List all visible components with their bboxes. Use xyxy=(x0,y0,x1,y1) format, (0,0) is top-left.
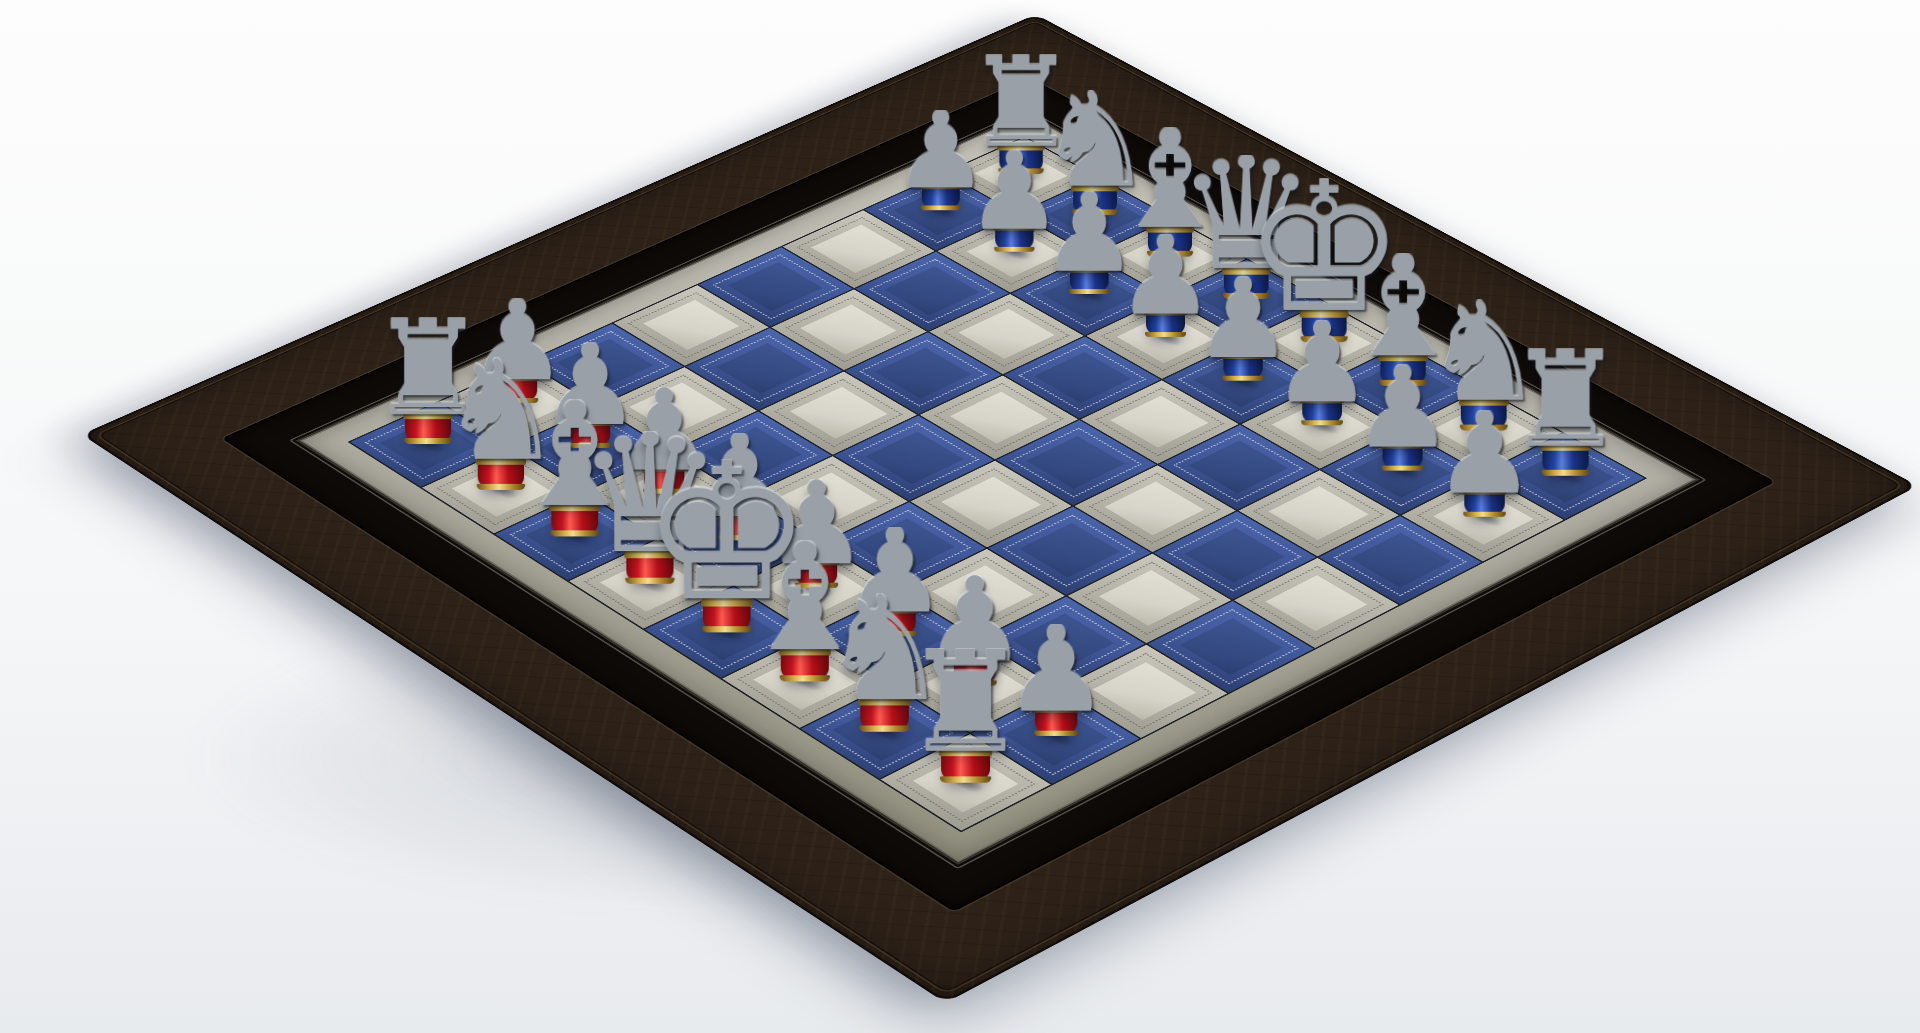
black-pawn-icon: ♟ xyxy=(1433,409,1535,497)
piece-upright: ♟ xyxy=(1403,409,1565,515)
piece-upright: ♜ xyxy=(880,647,1050,780)
product-photo: ♜♞♝♛♚♝♞♜♟♟♟♟♟♟♟♟♟♟♟♟♟♟♟♟♜♞♝♛♚♝♞♜ xyxy=(0,0,1920,1033)
white-rook-icon: ♜ xyxy=(903,647,1029,757)
